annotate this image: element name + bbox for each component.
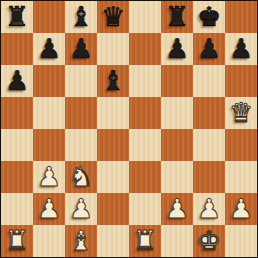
square-g6[interactable] xyxy=(193,65,225,97)
board-frame: ♜♝♛♜♚♟♟♟♟♟♟♝♛♟♞♟♟♟♟♟♜♝♜♚ xyxy=(0,0,258,258)
square-h3[interactable] xyxy=(225,161,257,193)
square-a6[interactable]: ♟ xyxy=(1,65,33,97)
white-pawn-icon[interactable]: ♟ xyxy=(229,193,253,225)
square-g8[interactable]: ♚ xyxy=(193,1,225,33)
square-d4[interactable] xyxy=(97,129,129,161)
black-bishop-icon[interactable]: ♝ xyxy=(101,65,125,97)
black-rook-icon[interactable]: ♜ xyxy=(165,1,189,33)
square-e5[interactable] xyxy=(129,97,161,129)
square-g1[interactable]: ♚ xyxy=(193,225,225,257)
square-a8[interactable]: ♜ xyxy=(1,1,33,33)
black-bishop-icon[interactable]: ♝ xyxy=(69,1,93,33)
square-b3[interactable]: ♟ xyxy=(33,161,65,193)
square-d5[interactable] xyxy=(97,97,129,129)
square-c2[interactable]: ♟ xyxy=(65,193,97,225)
white-king-icon[interactable]: ♚ xyxy=(197,225,221,257)
square-f5[interactable] xyxy=(161,97,193,129)
black-queen-icon[interactable]: ♛ xyxy=(101,1,125,33)
black-pawn-icon[interactable]: ♟ xyxy=(5,65,29,97)
square-a7[interactable] xyxy=(1,33,33,65)
square-e3[interactable] xyxy=(129,161,161,193)
white-rook-icon[interactable]: ♜ xyxy=(133,225,157,257)
square-g2[interactable]: ♟ xyxy=(193,193,225,225)
square-e6[interactable] xyxy=(129,65,161,97)
black-pawn-icon[interactable]: ♟ xyxy=(37,33,61,65)
black-pawn-icon[interactable]: ♟ xyxy=(165,33,189,65)
square-a5[interactable] xyxy=(1,97,33,129)
white-pawn-icon[interactable]: ♟ xyxy=(197,193,221,225)
square-c5[interactable] xyxy=(65,97,97,129)
square-g4[interactable] xyxy=(193,129,225,161)
square-f1[interactable] xyxy=(161,225,193,257)
square-e7[interactable] xyxy=(129,33,161,65)
square-a3[interactable] xyxy=(1,161,33,193)
square-d7[interactable] xyxy=(97,33,129,65)
square-a4[interactable] xyxy=(1,129,33,161)
square-a2[interactable] xyxy=(1,193,33,225)
white-bishop-icon[interactable]: ♝ xyxy=(69,225,93,257)
white-pawn-icon[interactable]: ♟ xyxy=(37,161,61,193)
black-king-icon[interactable]: ♚ xyxy=(197,1,221,33)
square-d8[interactable]: ♛ xyxy=(97,1,129,33)
white-pawn-icon[interactable]: ♟ xyxy=(69,193,93,225)
square-e1[interactable]: ♜ xyxy=(129,225,161,257)
square-f4[interactable] xyxy=(161,129,193,161)
square-f3[interactable] xyxy=(161,161,193,193)
square-b4[interactable] xyxy=(33,129,65,161)
square-c7[interactable]: ♟ xyxy=(65,33,97,65)
square-h1[interactable] xyxy=(225,225,257,257)
square-c3[interactable]: ♞ xyxy=(65,161,97,193)
square-b7[interactable]: ♟ xyxy=(33,33,65,65)
square-c4[interactable] xyxy=(65,129,97,161)
black-rook-icon[interactable]: ♜ xyxy=(5,1,29,33)
square-b8[interactable] xyxy=(33,1,65,33)
square-h8[interactable] xyxy=(225,1,257,33)
square-h2[interactable]: ♟ xyxy=(225,193,257,225)
square-c6[interactable] xyxy=(65,65,97,97)
square-c1[interactable]: ♝ xyxy=(65,225,97,257)
square-f6[interactable] xyxy=(161,65,193,97)
black-pawn-icon[interactable]: ♟ xyxy=(197,33,221,65)
square-b1[interactable] xyxy=(33,225,65,257)
square-h4[interactable] xyxy=(225,129,257,161)
square-f7[interactable]: ♟ xyxy=(161,33,193,65)
square-g5[interactable] xyxy=(193,97,225,129)
square-h5[interactable]: ♛ xyxy=(225,97,257,129)
square-b6[interactable] xyxy=(33,65,65,97)
square-b2[interactable]: ♟ xyxy=(33,193,65,225)
square-d1[interactable] xyxy=(97,225,129,257)
square-d6[interactable]: ♝ xyxy=(97,65,129,97)
white-pawn-icon[interactable]: ♟ xyxy=(37,193,61,225)
square-d2[interactable] xyxy=(97,193,129,225)
black-pawn-icon[interactable]: ♟ xyxy=(69,33,93,65)
chess-board: ♜♝♛♜♚♟♟♟♟♟♟♝♛♟♞♟♟♟♟♟♜♝♜♚ xyxy=(1,1,257,257)
black-pawn-icon[interactable]: ♟ xyxy=(229,33,253,65)
square-h6[interactable] xyxy=(225,65,257,97)
square-f2[interactable]: ♟ xyxy=(161,193,193,225)
square-d3[interactable] xyxy=(97,161,129,193)
white-knight-icon[interactable]: ♞ xyxy=(69,161,93,193)
square-c8[interactable]: ♝ xyxy=(65,1,97,33)
white-pawn-icon[interactable]: ♟ xyxy=(165,193,189,225)
square-a1[interactable]: ♜ xyxy=(1,225,33,257)
square-h7[interactable]: ♟ xyxy=(225,33,257,65)
square-b5[interactable] xyxy=(33,97,65,129)
square-g7[interactable]: ♟ xyxy=(193,33,225,65)
square-e2[interactable] xyxy=(129,193,161,225)
white-queen-icon[interactable]: ♛ xyxy=(229,97,253,129)
white-rook-icon[interactable]: ♜ xyxy=(5,225,29,257)
square-e4[interactable] xyxy=(129,129,161,161)
square-e8[interactable] xyxy=(129,1,161,33)
square-f8[interactable]: ♜ xyxy=(161,1,193,33)
square-g3[interactable] xyxy=(193,161,225,193)
